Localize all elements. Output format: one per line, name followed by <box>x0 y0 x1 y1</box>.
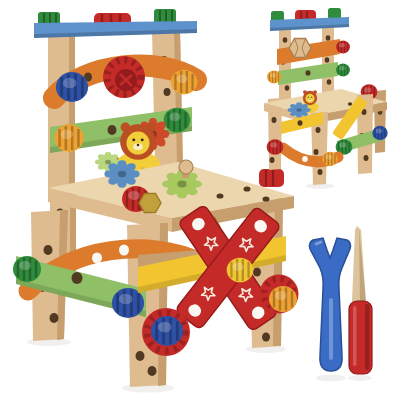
olive-hex-nut-1 <box>139 194 161 213</box>
green-nut-green-bar <box>164 108 191 133</box>
yellow-center-nut <box>227 258 254 283</box>
red-wheel-right <box>260 275 299 314</box>
green-nut-side-bar <box>13 256 41 282</box>
main-chair <box>13 9 299 387</box>
screwdriver-handle <box>349 301 372 374</box>
toy-screwdriver <box>349 226 372 374</box>
sc-back-post-left <box>279 28 291 104</box>
sc-gear-blue <box>288 102 311 117</box>
large-red-wheel-nut <box>103 56 145 98</box>
small-chair <box>264 8 388 185</box>
back-post-left <box>48 33 75 192</box>
blue-bolt-backrest <box>56 72 88 102</box>
screwdriver-shaft <box>352 226 366 302</box>
tools <box>309 226 372 374</box>
toy-wrench <box>309 238 350 371</box>
gear-blue <box>104 160 139 188</box>
orange-nut-backrest <box>171 70 198 95</box>
red-wheel-left <box>142 308 190 356</box>
product-photo <box>0 0 400 400</box>
red-nut-seat-corner <box>259 169 284 187</box>
toy-chair-scene <box>0 0 400 400</box>
orange-nut-green-bar <box>54 124 83 151</box>
